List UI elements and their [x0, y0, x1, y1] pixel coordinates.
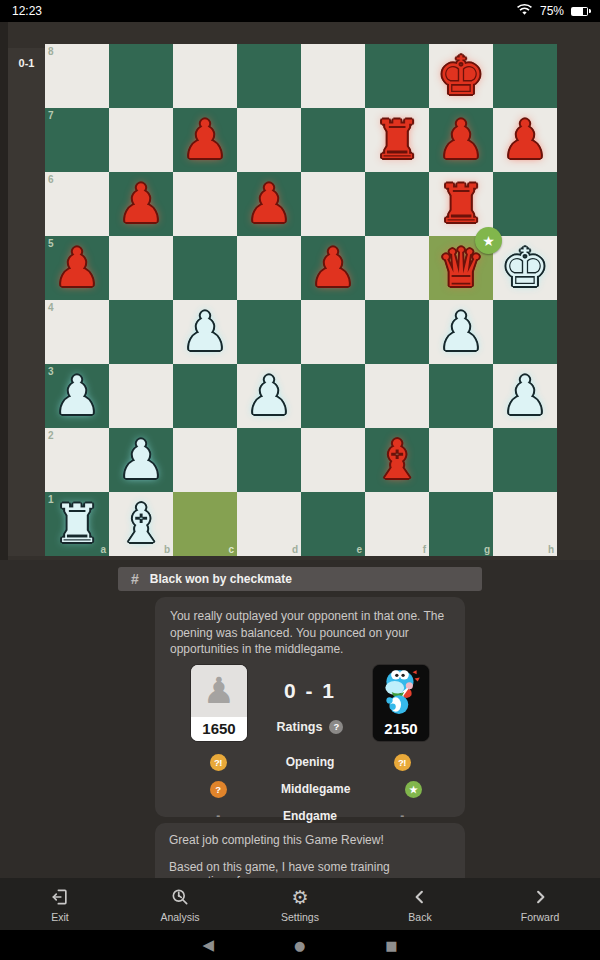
board-section: 0-1 8♚7♟♜♟♟6♟♟♜5♟♟♛★♚4♟♟3♟♟♟2♟♝1a♜b♝cdef…	[0, 22, 600, 560]
square-g4[interactable]: ♟	[429, 300, 493, 364]
ratings-label: Ratings	[277, 720, 323, 734]
square-f2[interactable]: ♝	[365, 428, 429, 492]
file-label-c: c	[228, 544, 234, 555]
square-c2[interactable]	[173, 428, 237, 492]
black-rook: ♜	[365, 108, 429, 172]
rank-label-8: 8	[48, 46, 54, 57]
wifi-icon	[516, 2, 533, 20]
square-c6[interactable]	[173, 172, 237, 236]
square-g1[interactable]: g	[429, 492, 493, 556]
coach-message-1: Great job completing this Game Review!	[155, 823, 465, 847]
white-pawn: ♟	[493, 364, 557, 428]
file-label-h: h	[548, 544, 554, 555]
square-h4[interactable]	[493, 300, 557, 364]
white-player-card[interactable]: ♟ 1650	[191, 665, 247, 741]
square-g2[interactable]	[429, 428, 493, 492]
square-b3[interactable]	[109, 364, 173, 428]
square-e6[interactable]	[301, 172, 365, 236]
square-e1[interactable]: e	[301, 492, 365, 556]
black-player-card[interactable]: 2150	[373, 665, 429, 741]
chevron-right-icon	[531, 886, 549, 908]
square-d2[interactable]	[237, 428, 301, 492]
game-over-banner: # Black won by checkmate	[118, 567, 482, 591]
square-h6[interactable]	[493, 172, 557, 236]
white-bishop: ♝	[109, 492, 173, 556]
square-b4[interactable]	[109, 300, 173, 364]
white-king: ♚	[493, 236, 557, 300]
phase-label-middlegame: Middlegame	[281, 782, 350, 796]
left-strip	[0, 22, 8, 560]
square-b8[interactable]	[109, 44, 173, 108]
square-f7[interactable]: ♜	[365, 108, 429, 172]
rank-label-7: 7	[48, 110, 54, 121]
black-player-avatar	[373, 665, 429, 717]
file-label-f: f	[423, 544, 426, 555]
chess-board: 8♚7♟♜♟♟6♟♟♜5♟♟♛★♚4♟♟3♟♟♟2♟♝1a♜b♝cdefgh	[45, 44, 557, 556]
battery-percent: 75%	[540, 4, 564, 18]
move-list-panel: 0-1	[8, 48, 45, 556]
review-summary: You really outplayed your opponent in th…	[155, 597, 465, 658]
rank-label-6: 6	[48, 174, 54, 185]
square-b6[interactable]: ♟	[109, 172, 173, 236]
square-f3[interactable]	[365, 364, 429, 428]
back-label: Back	[408, 911, 431, 923]
white-pawn: ♟	[45, 364, 109, 428]
black-pawn: ♟	[237, 172, 301, 236]
white-pawn: ♟	[173, 300, 237, 364]
square-h1[interactable]: h	[493, 492, 557, 556]
square-a4[interactable]: 4	[45, 300, 109, 364]
square-d5[interactable]	[237, 236, 301, 300]
android-back-button[interactable]: ◀	[202, 936, 214, 954]
white-player-avatar: ♟	[191, 665, 247, 717]
file-label-d: d	[292, 544, 298, 555]
black-pawn: ♟	[173, 108, 237, 172]
game-result-label[interactable]: 0-1	[19, 57, 35, 556]
square-d8[interactable]	[237, 44, 301, 108]
exit-icon	[50, 886, 70, 908]
file-label-e: e	[356, 544, 362, 555]
square-g3[interactable]	[429, 364, 493, 428]
white-player-rating: 1650	[191, 717, 247, 741]
settings-label: Settings	[281, 911, 319, 923]
square-c7[interactable]: ♟	[173, 108, 237, 172]
bottom-toolbar: Exit Analysis ⚙ Settings Ba	[0, 878, 600, 930]
white-pawn: ♟	[237, 364, 301, 428]
android-home-button[interactable]: ●	[294, 938, 305, 953]
rank-label-4: 4	[48, 302, 54, 313]
black-pawn: ♟	[429, 108, 493, 172]
black-player-rating: 2150	[373, 717, 429, 741]
square-h3[interactable]: ♟	[493, 364, 557, 428]
exit-button[interactable]: Exit	[0, 878, 120, 930]
black-pawn: ♟	[45, 236, 109, 300]
gray-pawn-icon: ♟	[203, 670, 235, 711]
black-opening-badge-icon: ?!	[394, 754, 411, 771]
game-over-text: Black won by checkmate	[150, 572, 292, 586]
battery-icon	[571, 7, 588, 16]
black-bishop: ♝	[365, 428, 429, 492]
square-b7[interactable]	[109, 108, 173, 172]
android-nav-bar: ◀ ● ■	[0, 930, 600, 960]
square-a2[interactable]: 2	[45, 428, 109, 492]
white-opening-badge-icon: ?!	[210, 754, 227, 771]
square-h2[interactable]	[493, 428, 557, 492]
white-pawn: ♟	[429, 300, 493, 364]
square-h8[interactable]	[493, 44, 557, 108]
black-king: ♚	[429, 44, 493, 108]
phase-row-opening: ?! Opening ?!	[155, 749, 465, 776]
status-bar: 12:23 75%	[0, 0, 600, 22]
analysis-icon	[170, 886, 190, 908]
square-h7[interactable]: ♟	[493, 108, 557, 172]
phase-label-endgame: Endgame	[281, 809, 339, 823]
square-e8[interactable]	[301, 44, 365, 108]
black-pawn: ♟	[301, 236, 365, 300]
square-f6[interactable]	[365, 172, 429, 236]
square-f8[interactable]	[365, 44, 429, 108]
black-pawn: ♟	[109, 172, 173, 236]
score-column: 0 - 1 Ratings ?	[277, 665, 344, 734]
app-screen: 12:23 75% 0-1 8♚7♟♜♟♟6♟♟♜5♟♟♛★♚4♟♟3♟♟♟2♟…	[0, 0, 600, 960]
black-rook: ♜	[429, 172, 493, 236]
square-b2[interactable]: ♟	[109, 428, 173, 492]
square-e7[interactable]	[301, 108, 365, 172]
square-e5[interactable]: ♟	[301, 236, 365, 300]
white-pawn: ♟	[109, 428, 173, 492]
square-e4[interactable]	[301, 300, 365, 364]
square-d1[interactable]: d	[237, 492, 301, 556]
square-d6[interactable]: ♟	[237, 172, 301, 236]
phase-label-opening: Opening	[281, 755, 339, 769]
settings-button[interactable]: ⚙ Settings	[240, 878, 360, 930]
analysis-label: Analysis	[160, 911, 199, 923]
square-b5[interactable]	[109, 236, 173, 300]
square-a8[interactable]: 8	[45, 44, 109, 108]
square-d3[interactable]: ♟	[237, 364, 301, 428]
square-c4[interactable]: ♟	[173, 300, 237, 364]
checkmate-hash-icon: #	[131, 571, 139, 587]
chevron-left-icon	[411, 886, 429, 908]
black-pawn: ♟	[493, 108, 557, 172]
square-g6[interactable]: ♜	[429, 172, 493, 236]
score-text: 0 - 1	[284, 679, 336, 703]
square-e3[interactable]	[301, 364, 365, 428]
square-f1[interactable]: f	[365, 492, 429, 556]
file-label-g: g	[484, 544, 490, 555]
square-b1[interactable]: b♝	[109, 492, 173, 556]
square-g5[interactable]: ♛★	[429, 236, 493, 300]
players-row: ♟ 1650 0 - 1 Ratings ?	[155, 665, 465, 741]
android-recents-button[interactable]: ■	[385, 938, 397, 953]
square-c1[interactable]: c	[173, 492, 237, 556]
blue-dinosaur-avatar-art	[380, 667, 422, 715]
phase-ratings: ?! Opening ?! ? Middlegame ★ - Endgame -	[155, 749, 465, 830]
ratings-help-icon[interactable]: ?	[329, 720, 343, 734]
square-c5[interactable]	[173, 236, 237, 300]
square-c8[interactable]	[173, 44, 237, 108]
square-g7[interactable]: ♟	[429, 108, 493, 172]
square-h5[interactable]: ♚	[493, 236, 557, 300]
back-button[interactable]: Back	[360, 878, 480, 930]
square-a5[interactable]: 5♟	[45, 236, 109, 300]
analysis-button[interactable]: Analysis	[120, 878, 240, 930]
exit-label: Exit	[51, 911, 69, 923]
square-f5[interactable]	[365, 236, 429, 300]
white-rook: ♜	[45, 492, 109, 556]
phase-row-middlegame: ? Middlegame ★	[155, 776, 465, 803]
white-middlegame-badge-icon: ?	[210, 781, 227, 798]
square-f4[interactable]	[365, 300, 429, 364]
rank-label-2: 2	[48, 430, 54, 441]
square-d4[interactable]	[237, 300, 301, 364]
clock: 12:23	[12, 4, 42, 18]
square-a6[interactable]: 6	[45, 172, 109, 236]
forward-button[interactable]: Forward	[480, 878, 600, 930]
square-g8[interactable]: ♚	[429, 44, 493, 108]
square-a1[interactable]: 1a♜	[45, 492, 109, 556]
game-review-card: You really outplayed your opponent in th…	[155, 597, 465, 817]
black-middlegame-star-icon: ★	[405, 781, 422, 798]
square-c3[interactable]	[173, 364, 237, 428]
square-e2[interactable]	[301, 428, 365, 492]
forward-label: Forward	[521, 911, 560, 923]
square-a3[interactable]: 3♟	[45, 364, 109, 428]
square-a7[interactable]: 7	[45, 108, 109, 172]
square-d7[interactable]	[237, 108, 301, 172]
gear-icon: ⚙	[291, 886, 308, 908]
best-move-star-badge: ★	[475, 227, 502, 254]
